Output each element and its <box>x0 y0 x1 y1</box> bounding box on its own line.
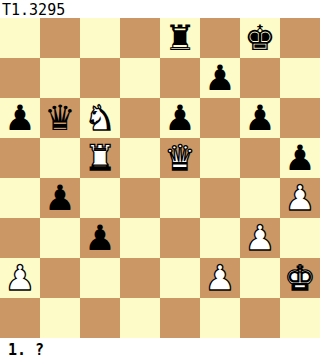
square-g7[interactable] <box>240 58 280 98</box>
puzzle-id: T1.3295 <box>0 0 320 18</box>
square-e6[interactable]: ♟ <box>160 98 200 138</box>
white-pawn-icon: ♟ <box>244 218 275 258</box>
square-a6[interactable]: ♟ <box>0 98 40 138</box>
square-g4[interactable] <box>240 178 280 218</box>
square-h6[interactable] <box>280 98 320 138</box>
white-pawn-icon: ♟ <box>284 178 315 218</box>
square-g6[interactable]: ♟ <box>240 98 280 138</box>
square-c7[interactable] <box>80 58 120 98</box>
black-queen-icon: ♛ <box>44 98 75 138</box>
square-c8[interactable] <box>80 18 120 58</box>
square-a5[interactable] <box>0 138 40 178</box>
square-f1[interactable] <box>200 298 240 338</box>
square-b2[interactable] <box>40 258 80 298</box>
square-f5[interactable] <box>200 138 240 178</box>
square-a4[interactable] <box>0 178 40 218</box>
square-h2[interactable]: ♚ <box>280 258 320 298</box>
square-e3[interactable] <box>160 218 200 258</box>
square-d4[interactable] <box>120 178 160 218</box>
white-pawn-icon: ♟ <box>204 258 235 298</box>
square-b4[interactable]: ♟ <box>40 178 80 218</box>
square-e7[interactable] <box>160 58 200 98</box>
move-prompt: 1. ? <box>0 338 320 360</box>
square-d5[interactable] <box>120 138 160 178</box>
black-rook-icon: ♜ <box>164 18 195 58</box>
black-pawn-icon: ♟ <box>164 98 195 138</box>
square-c5[interactable]: ♜ <box>80 138 120 178</box>
square-h4[interactable]: ♟ <box>280 178 320 218</box>
square-c6[interactable]: ♞ <box>80 98 120 138</box>
square-a8[interactable] <box>0 18 40 58</box>
white-knight-icon: ♞ <box>84 98 115 138</box>
square-g8[interactable]: ♚ <box>240 18 280 58</box>
square-g3[interactable]: ♟ <box>240 218 280 258</box>
square-g1[interactable] <box>240 298 280 338</box>
square-d8[interactable] <box>120 18 160 58</box>
square-h1[interactable] <box>280 298 320 338</box>
black-pawn-icon: ♟ <box>84 218 115 258</box>
black-pawn-icon: ♟ <box>44 178 75 218</box>
white-king-icon: ♚ <box>284 258 315 298</box>
square-c3[interactable]: ♟ <box>80 218 120 258</box>
square-b3[interactable] <box>40 218 80 258</box>
square-h8[interactable] <box>280 18 320 58</box>
square-d1[interactable] <box>120 298 160 338</box>
square-b7[interactable] <box>40 58 80 98</box>
square-b6[interactable]: ♛ <box>40 98 80 138</box>
square-e5[interactable]: ♛ <box>160 138 200 178</box>
square-e2[interactable] <box>160 258 200 298</box>
white-pawn-icon: ♟ <box>4 258 35 298</box>
square-d6[interactable] <box>120 98 160 138</box>
black-pawn-icon: ♟ <box>204 58 235 98</box>
square-a7[interactable] <box>0 58 40 98</box>
square-a1[interactable] <box>0 298 40 338</box>
square-e4[interactable] <box>160 178 200 218</box>
white-queen-icon: ♛ <box>164 138 195 178</box>
square-h5[interactable]: ♟ <box>280 138 320 178</box>
square-d3[interactable] <box>120 218 160 258</box>
square-g2[interactable] <box>240 258 280 298</box>
square-g5[interactable] <box>240 138 280 178</box>
square-f4[interactable] <box>200 178 240 218</box>
square-f2[interactable]: ♟ <box>200 258 240 298</box>
black-king-icon: ♚ <box>244 18 275 58</box>
square-h3[interactable] <box>280 218 320 258</box>
square-b1[interactable] <box>40 298 80 338</box>
square-c2[interactable] <box>80 258 120 298</box>
square-f6[interactable] <box>200 98 240 138</box>
square-b8[interactable] <box>40 18 80 58</box>
chess-board: ♜♚♟♟♛♞♟♟♜♛♟♟♟♟♟♟♟♚ <box>0 18 320 338</box>
square-f8[interactable] <box>200 18 240 58</box>
square-d7[interactable] <box>120 58 160 98</box>
white-rook-icon: ♜ <box>84 138 115 178</box>
square-a2[interactable]: ♟ <box>0 258 40 298</box>
square-c4[interactable] <box>80 178 120 218</box>
square-f7[interactable]: ♟ <box>200 58 240 98</box>
black-pawn-icon: ♟ <box>4 98 35 138</box>
square-a3[interactable] <box>0 218 40 258</box>
square-e8[interactable]: ♜ <box>160 18 200 58</box>
square-e1[interactable] <box>160 298 200 338</box>
black-pawn-icon: ♟ <box>284 138 315 178</box>
square-h7[interactable] <box>280 58 320 98</box>
square-f3[interactable] <box>200 218 240 258</box>
square-d2[interactable] <box>120 258 160 298</box>
square-b5[interactable] <box>40 138 80 178</box>
black-pawn-icon: ♟ <box>244 98 275 138</box>
square-c1[interactable] <box>80 298 120 338</box>
